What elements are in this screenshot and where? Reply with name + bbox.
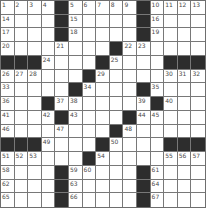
grid-cell[interactable] [83,138,97,152]
grid-cell[interactable] [55,83,69,97]
clue-number: 27 [16,70,24,77]
grid-cell[interactable]: 4 [42,1,56,15]
grid-cell[interactable] [151,138,165,152]
grid-cell[interactable]: 44 [137,111,151,125]
grid-cell[interactable] [178,111,192,125]
grid-cell[interactable]: 48 [123,125,137,139]
clue-number: 44 [138,111,146,118]
grid-cell[interactable] [123,166,137,180]
clue-number: 65 [2,193,10,200]
grid-cell[interactable] [96,28,110,42]
grid-cell[interactable] [164,180,178,194]
grid-cell[interactable] [55,56,69,70]
clue-number: 4 [43,1,47,8]
grid-cell[interactable]: 11 [164,1,178,15]
grid-cell[interactable]: 50 [110,138,124,152]
grid-cell[interactable] [96,125,110,139]
grid-cell[interactable]: 10 [151,1,165,15]
grid-cell[interactable] [83,193,97,207]
grid-cell[interactable] [123,83,137,97]
black-cell [110,42,124,56]
grid-cell[interactable] [137,56,151,70]
clue-number: 35 [152,83,160,90]
grid-cell[interactable]: 39 [137,97,151,111]
clue-number: 64 [152,180,160,187]
grid-cell[interactable] [123,152,137,166]
grid-cell[interactable] [96,97,110,111]
clue-number: 61 [152,166,160,173]
clue-number: 18 [70,28,78,35]
clue-number: 13 [192,1,200,8]
grid-cell[interactable]: 29 [96,70,110,84]
grid-cell[interactable] [110,152,124,166]
black-cell [137,28,151,42]
grid-cell[interactable] [123,193,137,207]
grid-cell[interactable] [28,111,42,125]
grid-cell[interactable] [55,138,69,152]
clue-number: 45 [152,111,160,118]
grid-cell[interactable] [28,15,42,29]
grid-cell[interactable] [83,15,97,29]
clue-number: 38 [70,97,78,104]
clue-number: 42 [43,111,51,118]
clue-number: 37 [56,97,64,104]
grid-cell[interactable]: 65 [1,193,15,207]
grid-cell[interactable]: 1 [1,1,15,15]
grid-cell[interactable]: 37 [55,97,69,111]
grid-cell[interactable] [191,28,205,42]
black-cell [110,125,124,139]
black-cell [55,193,69,207]
grid-cell[interactable]: 62 [1,180,15,194]
clue-number: 62 [2,180,10,187]
black-cell [164,138,178,152]
clue-number: 53 [29,152,37,159]
grid-cell[interactable]: 61 [151,166,165,180]
clue-number: 32 [192,70,200,77]
grid-cell[interactable] [110,70,124,84]
grid-cell[interactable]: 25 [110,56,124,70]
grid-cell[interactable]: 43 [69,111,83,125]
black-cell [137,180,151,194]
grid-cell[interactable]: 67 [151,193,165,207]
grid-cell[interactable]: 40 [164,97,178,111]
clue-number: 3 [29,1,33,8]
grid-cell[interactable] [15,83,29,97]
grid-cell[interactable] [83,125,97,139]
grid-cell[interactable]: 23 [137,42,151,56]
grid-cell[interactable] [191,97,205,111]
grid-cell[interactable] [110,83,124,97]
grid-cell[interactable] [178,15,192,29]
grid-cell[interactable] [164,28,178,42]
grid-cell[interactable]: 36 [1,97,15,111]
clue-number: 46 [2,125,10,132]
grid-cell[interactable] [28,83,42,97]
grid-cell[interactable] [178,193,192,207]
grid-cell[interactable] [28,28,42,42]
grid-cell[interactable] [69,138,83,152]
clue-number: 55 [165,152,173,159]
grid-cell[interactable] [69,125,83,139]
grid-cell[interactable]: 45 [151,111,165,125]
grid-cell[interactable] [137,70,151,84]
grid-cell[interactable]: 7 [96,1,110,15]
grid-cell[interactable] [83,111,97,125]
grid-cell[interactable] [110,28,124,42]
black-cell [83,152,97,166]
clue-number: 23 [138,42,146,49]
clue-number: 9 [124,1,128,8]
grid-cell[interactable]: 6 [83,1,97,15]
grid-cell[interactable]: 35 [151,83,165,97]
clue-number: 31 [179,70,187,77]
grid-cell[interactable] [151,125,165,139]
black-cell [137,15,151,29]
grid-cell[interactable]: 14 [1,15,15,29]
grid-cell[interactable]: 33 [1,83,15,97]
grid-cell[interactable] [151,70,165,84]
grid-cell[interactable] [15,42,29,56]
grid-cell[interactable] [164,15,178,29]
clue-number: 33 [2,83,10,90]
clue-number: 34 [84,83,92,90]
grid-cell[interactable] [69,56,83,70]
clue-number: 10 [152,1,160,8]
grid-cell[interactable] [123,56,137,70]
grid-cell[interactable] [110,180,124,194]
grid-cell[interactable]: 52 [15,152,29,166]
black-cell [164,56,178,70]
grid-cell[interactable] [96,180,110,194]
grid-cell[interactable]: 57 [191,152,205,166]
grid-cell[interactable]: 38 [69,97,83,111]
grid-cell[interactable]: 13 [191,1,205,15]
grid-cell[interactable] [15,28,29,42]
clue-number: 50 [111,138,119,145]
clue-number: 59 [70,166,78,173]
grid-cell[interactable] [191,111,205,125]
black-cell [1,56,15,70]
black-cell [55,1,69,15]
grid-cell[interactable] [164,125,178,139]
grid-cell[interactable] [42,152,56,166]
grid-cell[interactable] [178,42,192,56]
grid-cell[interactable] [15,180,29,194]
clue-number: 22 [124,42,132,49]
black-cell [55,166,69,180]
grid-cell[interactable] [15,125,29,139]
grid-cell[interactable]: 63 [69,180,83,194]
grid-cell[interactable] [123,28,137,42]
clue-number: 63 [70,180,78,187]
grid-cell[interactable] [96,83,110,97]
grid-cell[interactable] [178,180,192,194]
grid-cell[interactable]: 58 [1,166,15,180]
black-cell [191,56,205,70]
black-cell [42,97,56,111]
clue-number: 54 [97,152,105,159]
clue-number: 66 [70,193,78,200]
grid-cell[interactable]: 15 [69,15,83,29]
black-cell [69,83,83,97]
grid-cell[interactable] [28,125,42,139]
clue-number: 26 [2,70,10,77]
grid-cell[interactable]: 12 [178,1,192,15]
clue-number: 41 [2,111,10,118]
grid-cell[interactable] [123,97,137,111]
grid-cell[interactable] [42,28,56,42]
grid-cell[interactable]: 47 [55,125,69,139]
clue-number: 52 [16,152,24,159]
clue-number: 17 [2,28,10,35]
grid-cell[interactable] [110,97,124,111]
grid-cell[interactable]: 3 [28,1,42,15]
clue-number: 39 [138,97,146,104]
clue-number: 8 [111,1,115,8]
grid-cell[interactable] [96,111,110,125]
grid-cell[interactable]: 2 [15,1,29,15]
grid-cell[interactable] [42,166,56,180]
grid-cell[interactable] [28,42,42,56]
black-cell [15,138,29,152]
grid-cell[interactable]: 32 [191,70,205,84]
grid-cell[interactable] [55,152,69,166]
black-cell [137,193,151,207]
grid-cell[interactable]: 20 [1,42,15,56]
black-cell [151,97,165,111]
black-cell [96,56,110,70]
black-cell [55,180,69,194]
grid-cell[interactable]: 18 [69,28,83,42]
black-cell [191,138,205,152]
black-cell [123,111,137,125]
black-cell [178,138,192,152]
grid-cell[interactable]: 34 [83,83,97,97]
grid-cell[interactable] [83,42,97,56]
grid-cell[interactable] [164,83,178,97]
grid-cell[interactable]: 27 [15,70,29,84]
black-cell [28,138,42,152]
clue-number: 29 [97,70,105,77]
grid-cell[interactable] [28,97,42,111]
clue-number: 21 [56,42,64,49]
grid-cell[interactable] [178,97,192,111]
clue-number: 56 [179,152,187,159]
grid-cell[interactable]: 56 [178,152,192,166]
grid-cell[interactable] [123,180,137,194]
clue-number: 11 [165,1,173,8]
black-cell [96,138,110,152]
black-cell [55,111,69,125]
grid-cell[interactable] [69,42,83,56]
grid-cell[interactable] [83,97,97,111]
grid-cell[interactable] [42,125,56,139]
grid-cell[interactable]: 19 [151,28,165,42]
grid-cell[interactable]: 26 [1,70,15,84]
grid-cell[interactable] [110,193,124,207]
grid-cell[interactable]: 22 [123,42,137,56]
clue-number: 25 [111,56,119,63]
grid-cell[interactable]: 9 [123,1,137,15]
grid-cell[interactable] [42,42,56,56]
grid-cell[interactable] [28,193,42,207]
grid-cell[interactable] [96,166,110,180]
black-cell [137,166,151,180]
clue-number: 14 [2,15,10,22]
grid-cell[interactable]: 30 [164,70,178,84]
grid-cell[interactable]: 49 [42,138,56,152]
grid-cell[interactable] [191,42,205,56]
black-cell [28,56,42,70]
grid-cell[interactable] [137,125,151,139]
grid-cell[interactable] [15,15,29,29]
grid-cell[interactable]: 17 [1,28,15,42]
grid-cell[interactable]: 64 [151,180,165,194]
grid-cell[interactable] [151,152,165,166]
grid-cell[interactable] [151,56,165,70]
grid-cell[interactable] [191,15,205,29]
clue-number: 48 [124,125,132,132]
crossword-puzzle: 1234567891011121314151617181920212223242… [0,0,206,208]
grid-cell[interactable] [164,193,178,207]
clue-number: 43 [70,111,78,118]
grid-cell[interactable] [178,28,192,42]
grid-cell[interactable] [123,70,137,84]
grid-cell[interactable]: 60 [83,166,97,180]
clue-number: 1 [2,1,6,8]
grid-cell[interactable] [137,138,151,152]
clue-number: 47 [56,125,64,132]
crossword-grid: 1234567891011121314151617181920212223242… [0,0,206,208]
grid-cell[interactable]: 21 [55,42,69,56]
grid-cell[interactable] [137,152,151,166]
clue-number: 12 [179,1,187,8]
grid-cell[interactable] [15,97,29,111]
grid-cell[interactable] [42,83,56,97]
clue-number: 57 [192,152,200,159]
clue-number: 30 [165,70,173,77]
grid-cell[interactable] [15,166,29,180]
grid-cell[interactable] [178,125,192,139]
grid-cell[interactable] [96,193,110,207]
grid-cell[interactable] [178,83,192,97]
black-cell [83,70,97,84]
clue-number: 40 [165,97,173,104]
grid-cell[interactable] [110,166,124,180]
grid-cell[interactable] [191,193,205,207]
grid-cell[interactable]: 42 [42,111,56,125]
grid-cell[interactable] [110,111,124,125]
black-cell [55,28,69,42]
black-cell [137,83,151,97]
grid-cell[interactable] [191,125,205,139]
grid-cell[interactable]: 24 [42,56,56,70]
grid-cell[interactable] [191,180,205,194]
grid-cell[interactable] [83,180,97,194]
grid-cell[interactable] [96,15,110,29]
grid-cell[interactable] [110,15,124,29]
grid-cell[interactable]: 5 [69,1,83,15]
grid-cell[interactable]: 28 [28,70,42,84]
grid-cell[interactable]: 66 [69,193,83,207]
grid-cell[interactable] [83,56,97,70]
grid-cell[interactable] [55,70,69,84]
clue-number: 49 [43,138,51,145]
grid-cell[interactable] [164,166,178,180]
grid-cell[interactable] [123,15,137,29]
grid-cell[interactable]: 16 [151,15,165,29]
clue-number: 58 [2,166,10,173]
grid-cell[interactable] [15,111,29,125]
grid-cell[interactable] [15,193,29,207]
grid-cell[interactable] [83,28,97,42]
clue-number: 20 [2,42,10,49]
clue-number: 67 [152,193,160,200]
grid-cell[interactable] [28,180,42,194]
clue-number: 36 [2,97,10,104]
grid-cell[interactable] [69,152,83,166]
grid-cell[interactable]: 54 [96,152,110,166]
grid-cell[interactable] [164,42,178,56]
black-cell [1,138,15,152]
grid-cell[interactable] [191,166,205,180]
clue-number: 19 [152,28,160,35]
grid-cell[interactable] [191,83,205,97]
clue-number: 6 [84,1,88,8]
clue-number: 28 [29,70,37,77]
grid-cell[interactable] [123,138,137,152]
black-cell [15,56,29,70]
clue-number: 16 [152,15,160,22]
grid-cell[interactable] [28,166,42,180]
black-cell [137,1,151,15]
grid-cell[interactable] [96,42,110,56]
grid-cell[interactable]: 53 [28,152,42,166]
clue-number: 7 [97,1,101,8]
grid-cell[interactable]: 46 [1,125,15,139]
black-cell [178,56,192,70]
grid-cell[interactable] [42,70,56,84]
grid-cell[interactable]: 51 [1,152,15,166]
grid-cell[interactable] [42,180,56,194]
grid-cell[interactable]: 41 [1,111,15,125]
grid-cell[interactable] [151,42,165,56]
grid-cell[interactable]: 59 [69,166,83,180]
grid-cell[interactable] [42,15,56,29]
grid-cell[interactable]: 31 [178,70,192,84]
clue-number: 15 [70,15,78,22]
grid-cell[interactable]: 55 [164,152,178,166]
clue-number: 24 [43,56,51,63]
grid-cell[interactable] [164,111,178,125]
grid-cell[interactable] [69,70,83,84]
clue-number: 60 [84,166,92,173]
clue-number: 51 [2,152,10,159]
grid-cell[interactable] [178,166,192,180]
grid-cell[interactable] [42,193,56,207]
clue-number: 5 [70,1,74,8]
grid-cell[interactable]: 8 [110,1,124,15]
clue-number: 2 [16,1,20,8]
black-cell [55,15,69,29]
